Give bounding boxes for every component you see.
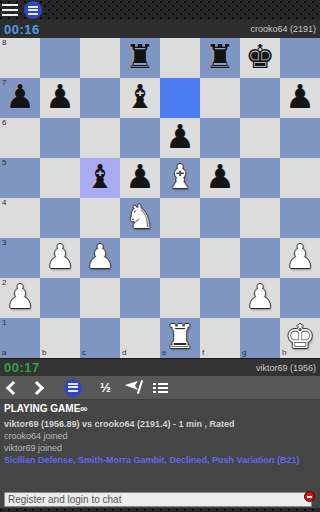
piece-wp: ♟: [85, 237, 115, 277]
square-b2[interactable]: [40, 278, 80, 318]
opponent-clock: 00:16: [4, 22, 40, 37]
file-label: a: [2, 349, 6, 357]
square-f4[interactable]: [200, 198, 240, 238]
file-label: g: [242, 349, 246, 357]
square-c3[interactable]: ♟: [80, 238, 120, 278]
square-g5[interactable]: [240, 158, 280, 198]
piece-bk: ♚: [245, 37, 275, 77]
square-a7[interactable]: 7♟: [0, 78, 40, 118]
square-a5[interactable]: 5: [0, 158, 40, 198]
rank-label: 1: [2, 319, 6, 327]
resign-flag-icon[interactable]: [125, 380, 143, 395]
app-menu-icon[interactable]: [24, 1, 42, 19]
square-c1[interactable]: c: [80, 318, 120, 358]
square-a8[interactable]: 8: [0, 38, 40, 78]
square-e8[interactable]: [160, 38, 200, 78]
square-h6[interactable]: [280, 118, 320, 158]
square-a3[interactable]: 3: [0, 238, 40, 278]
square-h4[interactable]: [280, 198, 320, 238]
file-label: f: [202, 349, 204, 357]
square-f8[interactable]: ♜: [200, 38, 240, 78]
square-g6[interactable]: [240, 118, 280, 158]
square-g4[interactable]: [240, 198, 280, 238]
game-toolbar: ½: [0, 376, 320, 400]
piece-wb: ♝: [165, 157, 195, 197]
piece-wn: ♞: [125, 197, 155, 237]
chess-app-window: 00:16 crooko64 (2191) 8♜♜♚7♟♟♝♟6♟5♝♟♝♟4♞…: [0, 0, 320, 512]
rank-label: 3: [2, 239, 6, 247]
square-g2[interactable]: ♟: [240, 278, 280, 318]
square-d8[interactable]: ♜: [120, 38, 160, 78]
square-f5[interactable]: ♟: [200, 158, 240, 198]
file-label: h: [282, 349, 286, 357]
square-e1[interactable]: e♜: [160, 318, 200, 358]
rank-label: 4: [2, 199, 6, 207]
list-row: [153, 391, 168, 393]
piece-wp: ♟: [285, 237, 315, 277]
draw-offer-button[interactable]: ½: [100, 380, 111, 395]
square-c7[interactable]: [80, 78, 120, 118]
square-e6[interactable]: ♟: [160, 118, 200, 158]
square-b8[interactable]: [40, 38, 80, 78]
square-h5[interactable]: [280, 158, 320, 198]
square-h1[interactable]: h♚: [280, 318, 320, 358]
square-d7[interactable]: ♝: [120, 78, 160, 118]
square-f3[interactable]: [200, 238, 240, 278]
rank-label: 5: [2, 159, 6, 167]
player-name: viktor69 (1956): [256, 363, 316, 373]
square-h2[interactable]: [280, 278, 320, 318]
piece-bp: ♟: [125, 157, 155, 197]
square-d3[interactable]: [120, 238, 160, 278]
file-label: b: [42, 349, 46, 357]
square-b5[interactable]: [40, 158, 80, 198]
square-c6[interactable]: [80, 118, 120, 158]
square-a2[interactable]: 2♟: [0, 278, 40, 318]
game-status-heading: PLAYING GAME∞: [4, 403, 316, 414]
square-f2[interactable]: [200, 278, 240, 318]
square-a1[interactable]: 1a: [0, 318, 40, 358]
square-f7[interactable]: [200, 78, 240, 118]
square-a6[interactable]: 6: [0, 118, 40, 158]
piece-bp: ♟: [205, 157, 235, 197]
piece-wr: ♜: [165, 317, 195, 357]
square-e7[interactable]: [160, 78, 200, 118]
piece-wk: ♚: [285, 317, 315, 357]
piece-bb: ♝: [125, 77, 155, 117]
piece-bp: ♟: [285, 77, 315, 117]
square-f6[interactable]: [200, 118, 240, 158]
file-label: d: [122, 349, 126, 357]
square-b4[interactable]: [40, 198, 80, 238]
square-d2[interactable]: [120, 278, 160, 318]
game-info-panel: PLAYING GAME∞ viktor69 (1956.89) vs croo…: [0, 400, 320, 508]
piece-bp: ♟: [5, 77, 35, 117]
piece-bb: ♝: [85, 157, 115, 197]
chat-disabled-icon: [304, 491, 315, 502]
back-move-button[interactable]: [6, 380, 20, 394]
opponent-clock-bar: 00:16 crooko64 (2191): [0, 20, 320, 38]
square-b3[interactable]: ♟: [40, 238, 80, 278]
square-d6[interactable]: [120, 118, 160, 158]
join-message: viktor69 joined: [4, 442, 316, 454]
game-menu-icon[interactable]: [64, 379, 82, 397]
menu-icon[interactable]: [2, 4, 18, 16]
square-b7[interactable]: ♟: [40, 78, 80, 118]
file-label: c: [82, 349, 86, 357]
square-h7[interactable]: ♟: [280, 78, 320, 118]
square-b6[interactable]: [40, 118, 80, 158]
square-g8[interactable]: ♚: [240, 38, 280, 78]
list-row: [153, 383, 168, 385]
square-h8[interactable]: [280, 38, 320, 78]
square-b1[interactable]: b: [40, 318, 80, 358]
piece-wp: ♟: [245, 277, 275, 317]
square-g3[interactable]: [240, 238, 280, 278]
piece-br: ♜: [205, 37, 235, 77]
square-e5[interactable]: ♝: [160, 158, 200, 198]
piece-wp: ♟: [5, 277, 35, 317]
bottom-strip: [0, 508, 320, 512]
square-c4[interactable]: [80, 198, 120, 238]
join-message: crooko64 joined: [4, 430, 316, 442]
square-d5[interactable]: ♟: [120, 158, 160, 198]
list-row: [153, 387, 168, 389]
square-c8[interactable]: [80, 38, 120, 78]
forward-move-button[interactable]: [30, 380, 44, 394]
square-a4[interactable]: 4: [0, 198, 40, 238]
square-e3[interactable]: [160, 238, 200, 278]
piece-bp: ♟: [45, 77, 75, 117]
rank-label: 7: [2, 79, 6, 87]
square-h3[interactable]: ♟: [280, 238, 320, 278]
chat-input[interactable]: [4, 492, 312, 507]
piece-bp: ♟: [165, 117, 195, 157]
square-e2[interactable]: [160, 278, 200, 318]
move-list-icon[interactable]: [153, 383, 168, 393]
chess-board[interactable]: 8♜♜♚7♟♟♝♟6♟5♝♟♝♟4♞3♟♟♟2♟♟1abcde♜fgh♚: [0, 38, 320, 358]
rank-label: 6: [2, 119, 6, 127]
rank-label: 8: [2, 39, 6, 47]
square-f1[interactable]: f: [200, 318, 240, 358]
game-description: viktor69 (1956.89) vs crooko64 (2191.4) …: [4, 418, 316, 430]
square-c5[interactable]: ♝: [80, 158, 120, 198]
status-bar: [0, 0, 320, 20]
square-e4[interactable]: [160, 198, 200, 238]
opening-name-link[interactable]: Sicilian Defense, Smith-Morra Gambit, De…: [4, 454, 316, 466]
square-g7[interactable]: [240, 78, 280, 118]
piece-wp: ♟: [45, 237, 75, 277]
file-label: e: [162, 349, 166, 357]
player-clock: 00:17: [4, 360, 40, 375]
player-clock-bar: 00:17 viktor69 (1956): [0, 358, 320, 376]
square-c2[interactable]: [80, 278, 120, 318]
piece-br: ♜: [125, 37, 155, 77]
rank-label: 2: [2, 279, 6, 287]
square-g1[interactable]: g: [240, 318, 280, 358]
opponent-name: crooko64 (2191): [250, 24, 316, 34]
square-d1[interactable]: d: [120, 318, 160, 358]
chat-row: [4, 489, 316, 504]
square-d4[interactable]: ♞: [120, 198, 160, 238]
